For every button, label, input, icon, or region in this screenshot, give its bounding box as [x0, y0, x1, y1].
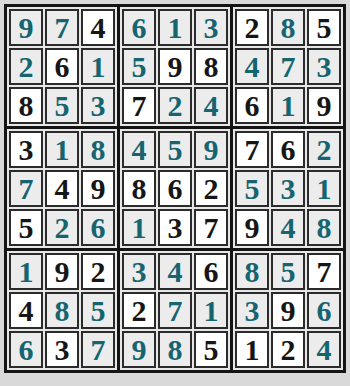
- cell-r2c9[interactable]: 3: [307, 48, 341, 85]
- cell-r8c7[interactable]: 3: [235, 292, 269, 329]
- cell-r7c7[interactable]: 8: [235, 253, 269, 290]
- cell-r3c1[interactable]: 8: [9, 87, 43, 124]
- cell-r4c1[interactable]: 3: [9, 131, 43, 168]
- box-1: 974261853: [7, 7, 117, 126]
- cell-r5c7[interactable]: 5: [235, 170, 269, 207]
- cell-r4c4[interactable]: 4: [122, 131, 156, 168]
- cell-r2c5[interactable]: 9: [158, 48, 192, 85]
- cell-r2c4[interactable]: 5: [122, 48, 156, 85]
- cell-r6c4[interactable]: 1: [122, 209, 156, 246]
- cell-r9c6[interactable]: 5: [194, 331, 228, 368]
- cell-r4c7[interactable]: 7: [235, 131, 269, 168]
- cell-r9c7[interactable]: 1: [235, 331, 269, 368]
- cell-r9c3[interactable]: 7: [81, 331, 115, 368]
- cell-r8c5[interactable]: 7: [158, 292, 192, 329]
- cell-r4c9[interactable]: 2: [307, 131, 341, 168]
- box-8: 346271985: [120, 251, 230, 370]
- cell-r1c1[interactable]: 9: [9, 9, 43, 46]
- cell-r2c2[interactable]: 6: [45, 48, 79, 85]
- cell-r8c3[interactable]: 5: [81, 292, 115, 329]
- cell-r3c8[interactable]: 1: [271, 87, 305, 124]
- box-7: 192485637: [7, 251, 117, 370]
- cell-r4c6[interactable]: 9: [194, 131, 228, 168]
- box-9: 857396124: [233, 251, 343, 370]
- cell-r3c9[interactable]: 9: [307, 87, 341, 124]
- box-4: 318749526: [7, 129, 117, 248]
- cell-r7c9[interactable]: 7: [307, 253, 341, 290]
- cell-r5c1[interactable]: 7: [9, 170, 43, 207]
- cell-r4c5[interactable]: 5: [158, 131, 192, 168]
- cell-r9c5[interactable]: 8: [158, 331, 192, 368]
- cell-r4c8[interactable]: 6: [271, 131, 305, 168]
- cell-r6c5[interactable]: 3: [158, 209, 192, 246]
- cell-r5c9[interactable]: 1: [307, 170, 341, 207]
- cell-r8c9[interactable]: 6: [307, 292, 341, 329]
- cell-r6c1[interactable]: 5: [9, 209, 43, 246]
- cell-r7c1[interactable]: 1: [9, 253, 43, 290]
- cell-r7c5[interactable]: 4: [158, 253, 192, 290]
- cell-r9c9[interactable]: 4: [307, 331, 341, 368]
- cell-r3c6[interactable]: 4: [194, 87, 228, 124]
- cell-r8c6[interactable]: 1: [194, 292, 228, 329]
- cell-r2c6[interactable]: 8: [194, 48, 228, 85]
- cell-r3c5[interactable]: 2: [158, 87, 192, 124]
- cell-r3c2[interactable]: 5: [45, 87, 79, 124]
- cell-r9c1[interactable]: 6: [9, 331, 43, 368]
- box-5: 459862137: [120, 129, 230, 248]
- cell-r1c9[interactable]: 5: [307, 9, 341, 46]
- cell-r1c3[interactable]: 4: [81, 9, 115, 46]
- cell-r7c2[interactable]: 9: [45, 253, 79, 290]
- cell-r5c2[interactable]: 4: [45, 170, 79, 207]
- cell-r8c8[interactable]: 9: [271, 292, 305, 329]
- box-3: 285473619: [233, 7, 343, 126]
- cell-r3c7[interactable]: 6: [235, 87, 269, 124]
- cell-r1c7[interactable]: 2: [235, 9, 269, 46]
- cell-r7c8[interactable]: 5: [271, 253, 305, 290]
- cell-r3c4[interactable]: 7: [122, 87, 156, 124]
- cell-r9c4[interactable]: 9: [122, 331, 156, 368]
- cell-r8c2[interactable]: 8: [45, 292, 79, 329]
- cell-r5c6[interactable]: 2: [194, 170, 228, 207]
- cell-r6c6[interactable]: 7: [194, 209, 228, 246]
- cell-r5c5[interactable]: 6: [158, 170, 192, 207]
- cell-r1c5[interactable]: 1: [158, 9, 192, 46]
- cell-r6c7[interactable]: 9: [235, 209, 269, 246]
- cell-r1c2[interactable]: 7: [45, 9, 79, 46]
- cell-r7c4[interactable]: 3: [122, 253, 156, 290]
- cell-r6c3[interactable]: 6: [81, 209, 115, 246]
- cell-r6c2[interactable]: 2: [45, 209, 79, 246]
- cell-r2c1[interactable]: 2: [9, 48, 43, 85]
- cell-r2c8[interactable]: 7: [271, 48, 305, 85]
- cell-r2c3[interactable]: 1: [81, 48, 115, 85]
- cell-r5c3[interactable]: 9: [81, 170, 115, 207]
- cell-r4c3[interactable]: 8: [81, 131, 115, 168]
- cell-r6c8[interactable]: 4: [271, 209, 305, 246]
- cell-r5c8[interactable]: 3: [271, 170, 305, 207]
- box-6: 762531948: [233, 129, 343, 248]
- cell-r8c4[interactable]: 2: [122, 292, 156, 329]
- box-2: 613598724: [120, 7, 230, 126]
- cell-r5c4[interactable]: 8: [122, 170, 156, 207]
- cell-r9c8[interactable]: 2: [271, 331, 305, 368]
- cell-r1c8[interactable]: 8: [271, 9, 305, 46]
- cell-r1c4[interactable]: 6: [122, 9, 156, 46]
- cell-r7c3[interactable]: 2: [81, 253, 115, 290]
- cell-r8c1[interactable]: 4: [9, 292, 43, 329]
- cell-r2c7[interactable]: 4: [235, 48, 269, 85]
- cell-r1c6[interactable]: 3: [194, 9, 228, 46]
- sudoku-board: 974261853 613598724 285473619 318749526 …: [4, 4, 346, 373]
- cell-r9c2[interactable]: 3: [45, 331, 79, 368]
- sudoku-page: 974261853 613598724 285473619 318749526 …: [0, 0, 350, 386]
- cell-r3c3[interactable]: 3: [81, 87, 115, 124]
- cell-r4c2[interactable]: 1: [45, 131, 79, 168]
- cell-r7c6[interactable]: 6: [194, 253, 228, 290]
- cell-r6c9[interactable]: 8: [307, 209, 341, 246]
